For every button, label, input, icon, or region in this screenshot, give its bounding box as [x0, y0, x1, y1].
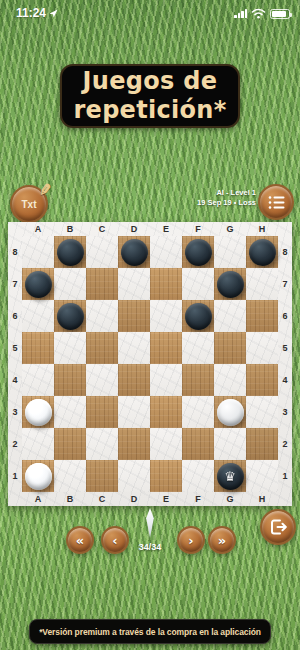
file-label-g: G [214, 222, 246, 236]
rank-label-5: 5 [8, 332, 22, 364]
footer-note-plaque: *Versión premium a través de la compra e… [29, 619, 271, 644]
file-label-f: F [182, 492, 214, 506]
rank-label-8: 8 [8, 236, 22, 268]
file-label-e: E [150, 492, 182, 506]
file-label-h: H [246, 222, 278, 236]
app-screen: 11:24 Juegos de repetición* Txt ✎ AI - L… [0, 0, 300, 650]
square-f5[interactable] [182, 332, 214, 364]
rank-labels-right: 87654321 [278, 236, 292, 492]
piece-black-man[interactable] [121, 239, 148, 266]
square-f3[interactable] [182, 396, 214, 428]
piece-white-man[interactable] [217, 399, 244, 426]
square-a6[interactable] [22, 300, 54, 332]
square-e6[interactable] [150, 300, 182, 332]
piece-black-man[interactable] [249, 239, 276, 266]
file-label-c: C [86, 222, 118, 236]
square-d3[interactable] [118, 396, 150, 428]
next-move-icon: › [188, 533, 193, 548]
file-label-a: A [22, 222, 54, 236]
piece-black-man[interactable] [217, 271, 244, 298]
last-move-button[interactable]: » [208, 526, 236, 554]
menu-button[interactable] [258, 184, 294, 220]
square-c7[interactable] [86, 268, 118, 300]
file-labels-bottom: ABCDEFGH [8, 492, 292, 506]
file-label-d: D [118, 222, 150, 236]
first-move-button[interactable]: « [66, 526, 94, 554]
square-c8[interactable] [86, 236, 118, 268]
corner-spacer [8, 492, 22, 506]
next-move-button[interactable]: › [177, 526, 205, 554]
rank-label-8: 8 [278, 236, 292, 268]
square-f1[interactable] [182, 460, 214, 492]
square-a5[interactable] [22, 332, 54, 364]
square-b3[interactable] [54, 396, 86, 428]
pencil-icon: ✎ [38, 180, 53, 200]
file-label-c: C [86, 492, 118, 506]
piece-black-king[interactable]: ♛ [217, 463, 244, 490]
board-panel: ABCDEFGH 87654321 ♛ 87654321 ABCDEFGH [8, 222, 292, 506]
piece-black-man[interactable] [185, 303, 212, 330]
file-label-f: F [182, 222, 214, 236]
clock-text: 11:24 [16, 6, 46, 20]
square-d5[interactable] [118, 332, 150, 364]
square-e4[interactable] [150, 364, 182, 396]
file-label-g: G [214, 492, 246, 506]
square-a4[interactable] [22, 364, 54, 396]
cellular-signal-icon [234, 9, 247, 18]
rank-labels-left: 87654321 [8, 236, 22, 492]
status-time: 11:24 [16, 6, 58, 20]
square-h7[interactable] [246, 268, 278, 300]
file-label-d: D [118, 492, 150, 506]
square-b1[interactable] [54, 460, 86, 492]
square-c4[interactable] [86, 364, 118, 396]
rank-label-1: 1 [8, 460, 22, 492]
piece-black-man[interactable] [57, 239, 84, 266]
piece-black-man[interactable] [57, 303, 84, 330]
first-move-icon: « [76, 533, 84, 548]
list-menu-icon [268, 195, 285, 210]
square-f6[interactable] [182, 300, 214, 332]
location-arrow-icon [49, 9, 58, 18]
board-grid: ♛ [22, 236, 278, 492]
txt-edit-button[interactable]: Txt ✎ [10, 185, 48, 223]
page-title-line1: Juegos de [83, 67, 218, 96]
square-g1[interactable]: ♛ [214, 460, 246, 492]
square-b8[interactable] [54, 236, 86, 268]
corner-spacer [278, 492, 292, 506]
file-labels-top: ABCDEFGH [8, 222, 292, 236]
square-d8[interactable] [118, 236, 150, 268]
square-d1[interactable] [118, 460, 150, 492]
move-counter: 34/34 [118, 542, 182, 552]
square-d6[interactable] [118, 300, 150, 332]
square-h1[interactable] [246, 460, 278, 492]
rank-label-4: 4 [8, 364, 22, 396]
exit-door-icon [270, 519, 287, 535]
square-c1[interactable] [86, 460, 118, 492]
square-e7[interactable] [150, 268, 182, 300]
piece-white-man[interactable] [25, 399, 52, 426]
square-g2[interactable] [214, 428, 246, 460]
square-a8[interactable] [22, 236, 54, 268]
square-d4[interactable] [118, 364, 150, 396]
square-g3[interactable] [214, 396, 246, 428]
piece-black-man[interactable] [185, 239, 212, 266]
square-h6[interactable] [246, 300, 278, 332]
square-c3[interactable] [86, 396, 118, 428]
corner-spacer [8, 222, 22, 236]
square-g8[interactable] [214, 236, 246, 268]
last-move-icon: » [218, 533, 226, 548]
square-c5[interactable] [86, 332, 118, 364]
rank-label-2: 2 [278, 428, 292, 460]
rank-label-7: 7 [278, 268, 292, 300]
square-e3[interactable] [150, 396, 182, 428]
piece-black-man[interactable] [25, 271, 52, 298]
square-b7[interactable] [54, 268, 86, 300]
square-h8[interactable] [246, 236, 278, 268]
square-h5[interactable] [246, 332, 278, 364]
square-g6[interactable] [214, 300, 246, 332]
square-f2[interactable] [182, 428, 214, 460]
square-c6[interactable] [86, 300, 118, 332]
rank-label-6: 6 [8, 300, 22, 332]
square-a2[interactable] [22, 428, 54, 460]
txt-button-label: Txt [22, 199, 37, 210]
premium-note-text: *Versión premium a través de la compra e… [39, 627, 261, 637]
rank-label-4: 4 [278, 364, 292, 396]
square-b6[interactable] [54, 300, 86, 332]
corner-spacer [278, 222, 292, 236]
status-bar: 11:24 [0, 0, 300, 24]
square-b4[interactable] [54, 364, 86, 396]
move-marker-diamond [145, 508, 155, 538]
previous-move-icon: ‹ [112, 533, 117, 548]
square-f7[interactable] [182, 268, 214, 300]
square-a7[interactable] [22, 268, 54, 300]
rank-label-7: 7 [8, 268, 22, 300]
title-plaque: Juegos de repetición* [60, 64, 240, 128]
square-d7[interactable] [118, 268, 150, 300]
square-e2[interactable] [150, 428, 182, 460]
status-icons [234, 8, 290, 19]
square-d2[interactable] [118, 428, 150, 460]
file-label-e: E [150, 222, 182, 236]
file-label-a: A [22, 492, 54, 506]
square-b2[interactable] [54, 428, 86, 460]
square-a1[interactable] [22, 460, 54, 492]
square-a3[interactable] [22, 396, 54, 428]
file-label-b: B [54, 222, 86, 236]
rank-label-6: 6 [278, 300, 292, 332]
square-f8[interactable] [182, 236, 214, 268]
square-f4[interactable] [182, 364, 214, 396]
game-result-text: 19 Sep 19 • Loss [197, 198, 256, 208]
ai-level-text: AI - Level 1 [197, 188, 256, 198]
rank-label-5: 5 [278, 332, 292, 364]
file-label-b: B [54, 492, 86, 506]
square-g7[interactable] [214, 268, 246, 300]
exit-button[interactable] [260, 509, 296, 545]
page-title-line2: repetición* [73, 96, 226, 125]
battery-icon [270, 9, 290, 19]
square-g5[interactable] [214, 332, 246, 364]
game-info: AI - Level 1 19 Sep 19 • Loss [197, 188, 256, 208]
square-h4[interactable] [246, 364, 278, 396]
square-g4[interactable] [214, 364, 246, 396]
file-label-h: H [246, 492, 278, 506]
rank-label-3: 3 [278, 396, 292, 428]
square-e1[interactable] [150, 460, 182, 492]
square-c2[interactable] [86, 428, 118, 460]
rank-label-2: 2 [8, 428, 22, 460]
square-h2[interactable] [246, 428, 278, 460]
square-b5[interactable] [54, 332, 86, 364]
rank-label-1: 1 [278, 460, 292, 492]
square-h3[interactable] [246, 396, 278, 428]
piece-white-man[interactable] [25, 463, 52, 490]
rank-label-3: 3 [8, 396, 22, 428]
wifi-icon [251, 8, 266, 19]
square-e5[interactable] [150, 332, 182, 364]
square-e8[interactable] [150, 236, 182, 268]
